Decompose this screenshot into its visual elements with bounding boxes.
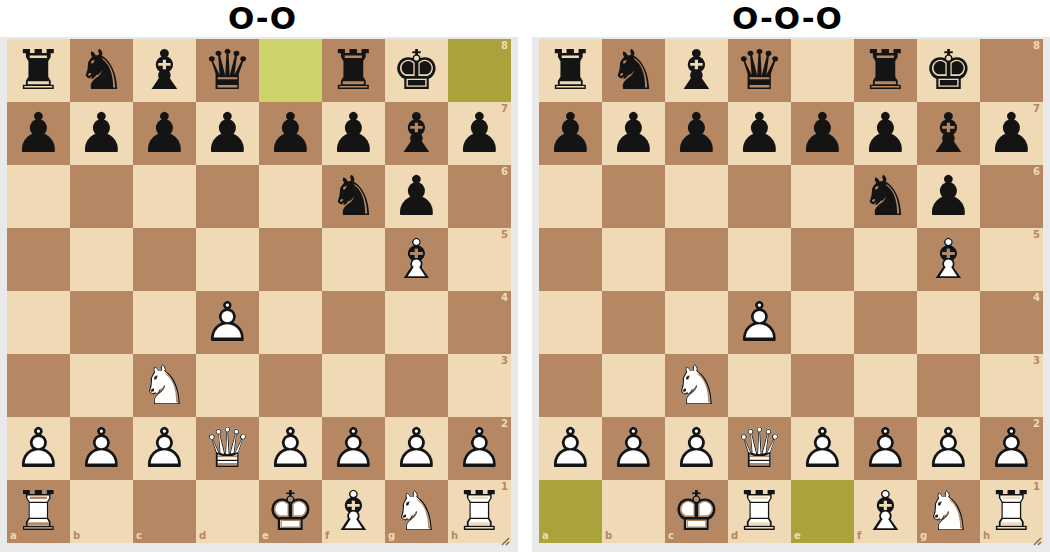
black-pawn-glyph: ♟ [140,106,189,161]
black-rook-glyph: ♜ [14,43,63,98]
square-e8[interactable] [791,39,854,102]
piece-black-pawn[interactable]: ♟ [854,102,917,165]
square-f1[interactable]: ♝♗f [322,480,385,543]
black-rook-glyph: ♜ [329,43,378,98]
square-c1[interactable]: c [133,480,196,543]
square-h1[interactable]: ♜♖h1 [448,480,511,543]
square-e5[interactable] [791,228,854,291]
file-label-f: f [325,531,329,541]
piece-black-pawn[interactable]: ♟ [602,102,665,165]
piece-black-pawn[interactable]: ♟ [196,102,259,165]
white-pawn-outline: ♙ [987,421,1036,476]
square-e6[interactable] [791,165,854,228]
piece-black-pawn[interactable]: ♟ [791,102,854,165]
white-pawn-outline: ♙ [329,421,378,476]
piece-black-rook[interactable]: ♜ [7,39,70,102]
square-d1[interactable]: d [196,480,259,543]
square-f4[interactable] [322,291,385,354]
white-pawn-outline: ♙ [392,421,441,476]
white-knight-outline: ♘ [392,484,441,539]
piece-white-pawn[interactable]: ♟♙ [70,417,133,480]
rank-label-6: 6 [1033,167,1040,177]
rank-label-1: 1 [501,482,508,492]
rank-label-5: 5 [501,230,508,240]
square-a1[interactable]: a [539,480,602,543]
square-d4[interactable]: ♟♙ [196,291,259,354]
piece-black-knight[interactable]: ♞ [602,39,665,102]
file-label-b: b [73,531,80,541]
white-bishop-outline: ♗ [329,484,378,539]
piece-black-king[interactable]: ♚ [917,39,980,102]
file-label-g: g [388,531,395,541]
square-h4[interactable]: 4 [980,291,1043,354]
square-f2[interactable]: ♟♙ [854,417,917,480]
square-h3[interactable]: 3 [980,354,1043,417]
rank-label-8: 8 [501,41,508,51]
square-e7[interactable]: ♟ [259,102,322,165]
piece-white-bishop[interactable]: ♝♗ [854,480,917,543]
square-g1[interactable]: ♞♘g [385,480,448,543]
square-c7[interactable]: ♟ [133,102,196,165]
square-a7[interactable]: ♟ [539,102,602,165]
square-c1[interactable]: ♚♔c [665,480,728,543]
white-rook-outline: ♖ [14,484,63,539]
white-pawn-outline: ♙ [14,421,63,476]
white-pawn-outline: ♙ [455,421,504,476]
rank-label-7: 7 [1033,104,1040,114]
square-c8[interactable]: ♝ [133,39,196,102]
square-e1[interactable]: e [791,480,854,543]
white-knight-outline: ♘ [140,358,189,413]
square-c6[interactable] [133,165,196,228]
piece-black-queen[interactable]: ♛ [728,39,791,102]
square-g7[interactable]: ♝ [917,102,980,165]
piece-white-pawn[interactable]: ♟♙ [791,417,854,480]
square-e6[interactable] [259,165,322,228]
square-h6[interactable]: 6 [448,165,511,228]
white-pawn-outline: ♙ [203,295,252,350]
white-knight-outline: ♘ [672,358,721,413]
white-pawn-outline: ♙ [266,421,315,476]
square-f7[interactable]: ♟ [854,102,917,165]
square-d2[interactable]: ♛♕ [728,417,791,480]
square-h8[interactable]: 8 [448,39,511,102]
piece-white-pawn[interactable]: ♟♙ [196,291,259,354]
left-board-title: O-O [0,0,525,37]
square-b6[interactable] [602,165,665,228]
white-bishop-outline: ♗ [861,484,910,539]
piece-white-bishop[interactable]: ♝♗ [385,228,448,291]
file-label-d: d [731,531,738,541]
white-pawn-outline: ♙ [609,421,658,476]
square-g7[interactable]: ♝ [385,102,448,165]
square-b6[interactable] [70,165,133,228]
square-f5[interactable] [854,228,917,291]
black-pawn-glyph: ♟ [798,106,847,161]
square-c6[interactable] [665,165,728,228]
piece-black-pawn[interactable]: ♟ [7,102,70,165]
square-d7[interactable]: ♟ [196,102,259,165]
square-h1[interactable]: ♜♖h1 [980,480,1043,543]
square-f3[interactable] [854,354,917,417]
white-queen-outline: ♕ [203,421,252,476]
piece-black-rook[interactable]: ♜ [854,39,917,102]
white-pawn-outline: ♙ [77,421,126,476]
square-f3[interactable] [322,354,385,417]
square-c4[interactable] [665,291,728,354]
chess-board-kingside-castling: ♜♞♝♛♜♚8♟♟♟♟♟♟♝♟7♞♟6♝♗5♟♙4♞♘3♟♙♟♙♟♙♛♕♟♙♟♙… [7,39,511,543]
right-board-wrapper: ♜♞♝♛♜♚8♟♟♟♟♟♟♝♟7♞♟6♝♗5♟♙4♞♘3♟♙♟♙♟♙♛♕♟♙♟♙… [532,37,1050,552]
rank-label-7: 7 [501,104,508,114]
square-c5[interactable] [665,228,728,291]
square-b7[interactable]: ♟ [602,102,665,165]
piece-white-bishop[interactable]: ♝♗ [917,228,980,291]
rank-label-2: 2 [501,419,508,429]
square-h4[interactable]: 4 [448,291,511,354]
square-d8[interactable]: ♛ [728,39,791,102]
square-g4[interactable] [917,291,980,354]
black-pawn-glyph: ♟ [609,106,658,161]
piece-black-bishop[interactable]: ♝ [133,39,196,102]
square-b1[interactable]: b [602,480,665,543]
black-queen-glyph: ♛ [203,43,252,98]
file-label-h: h [451,531,458,541]
square-b4[interactable] [602,291,665,354]
square-e8[interactable] [259,39,322,102]
white-rook-outline: ♖ [735,484,784,539]
square-d8[interactable]: ♛ [196,39,259,102]
square-e3[interactable] [791,354,854,417]
square-a4[interactable] [539,291,602,354]
square-c2[interactable]: ♟♙ [665,417,728,480]
square-g2[interactable]: ♟♙ [917,417,980,480]
white-king-outline: ♔ [672,484,721,539]
square-a5[interactable] [7,228,70,291]
square-a1[interactable]: ♜♖a [7,480,70,543]
rank-label-3: 3 [501,356,508,366]
piece-white-pawn[interactable]: ♟♙ [728,291,791,354]
piece-black-pawn[interactable]: ♟ [539,102,602,165]
rank-label-2: 2 [1033,419,1040,429]
square-d3[interactable] [196,354,259,417]
file-label-d: d [199,531,206,541]
square-b2[interactable]: ♟♙ [70,417,133,480]
square-h5[interactable]: 5 [980,228,1043,291]
square-b2[interactable]: ♟♙ [602,417,665,480]
square-a5[interactable] [539,228,602,291]
piece-black-knight[interactable]: ♞ [70,39,133,102]
square-c8[interactable]: ♝ [665,39,728,102]
board-resize-handle[interactable] [1031,531,1042,542]
square-h5[interactable]: 5 [448,228,511,291]
black-pawn-glyph: ♟ [14,106,63,161]
white-rook-outline: ♖ [455,484,504,539]
black-king-glyph: ♚ [924,43,973,98]
square-e2[interactable]: ♟♙ [791,417,854,480]
piece-black-pawn[interactable]: ♟ [385,165,448,228]
piece-white-queen[interactable]: ♛♕ [728,417,791,480]
piece-black-pawn[interactable]: ♟ [259,102,322,165]
black-king-glyph: ♚ [392,43,441,98]
piece-black-bishop[interactable]: ♝ [385,102,448,165]
white-pawn-outline: ♙ [546,421,595,476]
square-h8[interactable]: 8 [980,39,1043,102]
square-g2[interactable]: ♟♙ [385,417,448,480]
square-a6[interactable] [539,165,602,228]
piece-white-bishop[interactable]: ♝♗ [322,480,385,543]
titles-row: O-O O-O-O [0,0,1050,37]
file-label-a: a [10,531,17,541]
square-a3[interactable] [539,354,602,417]
piece-black-pawn[interactable]: ♟ [133,102,196,165]
file-label-h: h [983,531,990,541]
piece-white-pawn[interactable]: ♟♙ [602,417,665,480]
piece-white-pawn[interactable]: ♟♙ [917,417,980,480]
square-h7[interactable]: ♟7 [980,102,1043,165]
square-f2[interactable]: ♟♙ [322,417,385,480]
white-pawn-outline: ♙ [672,421,721,476]
black-bishop-glyph: ♝ [924,106,973,161]
piece-black-bishop[interactable]: ♝ [917,102,980,165]
black-knight-glyph: ♞ [609,43,658,98]
black-pawn-glyph: ♟ [455,106,504,161]
square-a3[interactable] [7,354,70,417]
black-rook-glyph: ♜ [861,43,910,98]
piece-white-knight[interactable]: ♞♘ [665,354,728,417]
piece-black-pawn[interactable]: ♟ [70,102,133,165]
piece-white-pawn[interactable]: ♟♙ [259,417,322,480]
square-f4[interactable] [854,291,917,354]
file-label-b: b [605,531,612,541]
square-g6[interactable]: ♟ [917,165,980,228]
white-bishop-outline: ♗ [924,232,973,287]
black-pawn-glyph: ♟ [266,106,315,161]
square-c3[interactable]: ♞♘ [665,354,728,417]
square-e2[interactable]: ♟♙ [259,417,322,480]
square-b8[interactable]: ♞ [70,39,133,102]
square-a8[interactable]: ♜ [7,39,70,102]
square-d6[interactable] [196,165,259,228]
chess-board-queenside-castling: ♜♞♝♛♜♚8♟♟♟♟♟♟♝♟7♞♟6♝♗5♟♙4♞♘3♟♙♟♙♟♙♛♕♟♙♟♙… [539,39,1043,543]
square-g3[interactable] [385,354,448,417]
right-board-title: O-O-O [525,0,1050,37]
left-board-wrapper: ♜♞♝♛♜♚8♟♟♟♟♟♟♝♟7♞♟6♝♗5♟♙4♞♘3♟♙♟♙♟♙♛♕♟♙♟♙… [0,37,518,552]
black-knight-glyph: ♞ [329,169,378,224]
piece-black-queen[interactable]: ♛ [196,39,259,102]
black-pawn-glyph: ♟ [329,106,378,161]
square-c3[interactable]: ♞♘ [133,354,196,417]
square-g1[interactable]: ♞♘g [917,480,980,543]
square-a2[interactable]: ♟♙ [7,417,70,480]
white-pawn-outline: ♙ [798,421,847,476]
square-c4[interactable] [133,291,196,354]
white-pawn-outline: ♙ [924,421,973,476]
rank-label-3: 3 [1033,356,1040,366]
piece-black-pawn[interactable]: ♟ [917,165,980,228]
square-h2[interactable]: ♟♙2 [448,417,511,480]
black-rook-glyph: ♜ [546,43,595,98]
piece-white-pawn[interactable]: ♟♙ [665,417,728,480]
square-e5[interactable] [259,228,322,291]
square-f6[interactable]: ♞ [322,165,385,228]
square-c7[interactable]: ♟ [665,102,728,165]
piece-white-pawn[interactable]: ♟♙ [322,417,385,480]
file-label-a: a [542,531,549,541]
file-label-e: e [262,531,269,541]
square-b5[interactable] [602,228,665,291]
rank-label-4: 4 [501,293,508,303]
black-pawn-glyph: ♟ [924,169,973,224]
square-d4[interactable]: ♟♙ [728,291,791,354]
square-d2[interactable]: ♛♕ [196,417,259,480]
piece-black-knight[interactable]: ♞ [854,165,917,228]
rank-label-4: 4 [1033,293,1040,303]
square-d5[interactable] [196,228,259,291]
square-a6[interactable] [7,165,70,228]
square-d5[interactable] [728,228,791,291]
board-resize-handle[interactable] [499,531,510,542]
piece-white-queen[interactable]: ♛♕ [196,417,259,480]
square-f1[interactable]: ♝♗f [854,480,917,543]
square-c2[interactable]: ♟♙ [133,417,196,480]
square-b7[interactable]: ♟ [70,102,133,165]
square-g8[interactable]: ♚ [917,39,980,102]
square-a4[interactable] [7,291,70,354]
square-c5[interactable] [133,228,196,291]
piece-white-knight[interactable]: ♞♘ [133,354,196,417]
square-h2[interactable]: ♟♙2 [980,417,1043,480]
piece-black-king[interactable]: ♚ [385,39,448,102]
black-pawn-glyph: ♟ [546,106,595,161]
piece-black-pawn[interactable]: ♟ [728,102,791,165]
black-pawn-glyph: ♟ [203,106,252,161]
file-label-c: c [668,531,674,541]
piece-black-rook[interactable]: ♜ [539,39,602,102]
square-b4[interactable] [70,291,133,354]
square-f8[interactable]: ♜ [854,39,917,102]
square-b3[interactable] [602,354,665,417]
square-f8[interactable]: ♜ [322,39,385,102]
piece-black-pawn[interactable]: ♟ [665,102,728,165]
white-rook-outline: ♖ [987,484,1036,539]
square-d6[interactable] [728,165,791,228]
black-knight-glyph: ♞ [861,169,910,224]
piece-white-pawn[interactable]: ♟♙ [7,417,70,480]
white-knight-outline: ♘ [924,484,973,539]
square-e4[interactable] [791,291,854,354]
piece-black-rook[interactable]: ♜ [322,39,385,102]
white-king-outline: ♔ [266,484,315,539]
square-a8[interactable]: ♜ [539,39,602,102]
white-bishop-outline: ♗ [392,232,441,287]
square-f5[interactable] [322,228,385,291]
square-e7[interactable]: ♟ [791,102,854,165]
white-pawn-outline: ♙ [861,421,910,476]
black-queen-glyph: ♛ [735,43,784,98]
white-pawn-outline: ♙ [735,295,784,350]
black-pawn-glyph: ♟ [392,169,441,224]
piece-white-pawn[interactable]: ♟♙ [854,417,917,480]
piece-black-bishop[interactable]: ♝ [665,39,728,102]
file-label-e: e [794,531,801,541]
rank-label-8: 8 [1033,41,1040,51]
square-e1[interactable]: ♚♔e [259,480,322,543]
rank-label-1: 1 [1033,482,1040,492]
black-knight-glyph: ♞ [77,43,126,98]
square-f7[interactable]: ♟ [322,102,385,165]
square-g6[interactable]: ♟ [385,165,448,228]
piece-white-pawn[interactable]: ♟♙ [385,417,448,480]
black-bishop-glyph: ♝ [672,43,721,98]
black-pawn-glyph: ♟ [672,106,721,161]
file-label-g: g [920,531,927,541]
black-pawn-glyph: ♟ [735,106,784,161]
boards-row: ♜♞♝♛♜♚8♟♟♟♟♟♟♝♟7♞♟6♝♗5♟♙4♞♘3♟♙♟♙♟♙♛♕♟♙♟♙… [0,37,1050,552]
square-d7[interactable]: ♟ [728,102,791,165]
square-d1[interactable]: ♜♖d [728,480,791,543]
rank-label-6: 6 [501,167,508,177]
black-bishop-glyph: ♝ [392,106,441,161]
square-h3[interactable]: 3 [448,354,511,417]
square-g5[interactable]: ♝♗ [917,228,980,291]
square-d3[interactable] [728,354,791,417]
square-f6[interactable]: ♞ [854,165,917,228]
white-queen-outline: ♕ [735,421,784,476]
piece-black-pawn[interactable]: ♟ [322,102,385,165]
piece-white-pawn[interactable]: ♟♙ [539,417,602,480]
square-b5[interactable] [70,228,133,291]
piece-black-knight[interactable]: ♞ [322,165,385,228]
square-g8[interactable]: ♚ [385,39,448,102]
black-pawn-glyph: ♟ [77,106,126,161]
black-pawn-glyph: ♟ [861,106,910,161]
white-pawn-outline: ♙ [140,421,189,476]
file-label-c: c [136,531,142,541]
rank-label-5: 5 [1033,230,1040,240]
black-bishop-glyph: ♝ [140,43,189,98]
square-h7[interactable]: ♟7 [448,102,511,165]
piece-white-pawn[interactable]: ♟♙ [133,417,196,480]
square-g4[interactable] [385,291,448,354]
black-pawn-glyph: ♟ [987,106,1036,161]
square-a2[interactable]: ♟♙ [539,417,602,480]
square-e4[interactable] [259,291,322,354]
square-h6[interactable]: 6 [980,165,1043,228]
square-g3[interactable] [917,354,980,417]
square-e3[interactable] [259,354,322,417]
square-b1[interactable]: b [70,480,133,543]
square-b8[interactable]: ♞ [602,39,665,102]
piece-white-king[interactable]: ♚♔ [665,480,728,543]
square-a7[interactable]: ♟ [7,102,70,165]
square-g5[interactable]: ♝♗ [385,228,448,291]
square-b3[interactable] [70,354,133,417]
file-label-f: f [857,531,861,541]
